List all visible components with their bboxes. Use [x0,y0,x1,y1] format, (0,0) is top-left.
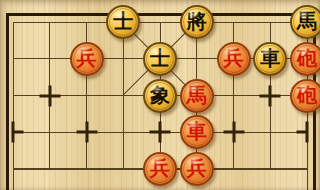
marker-arm-horizontal [150,131,171,134]
piece-glyph: 將 [187,11,207,31]
black-elephant[interactable]: 象 [143,79,177,113]
piece-glyph: 兵 [150,158,170,178]
red-soldier-3[interactable]: 兵 [143,152,177,186]
grid-line-file-1 [13,22,14,190]
piece-glyph: 兵 [224,48,244,68]
position-marker-f2r3 [39,85,60,106]
xiangqi-board: 士將馬兵士兵車砲象馬砲車兵兵 [0,0,320,190]
piece-glyph: 砲 [297,85,317,105]
piece-glyph: 車 [187,121,207,141]
piece-glyph: 象 [150,85,170,105]
marker-arm-horizontal [297,131,308,134]
black-advisor[interactable]: 士 [106,5,140,39]
marker-arm-horizontal [39,94,60,97]
red-soldier-4[interactable]: 兵 [180,152,214,186]
position-marker-f8r3 [260,85,281,106]
red-cannon-1[interactable]: 砲 [290,42,320,76]
piece-glyph: 士 [113,11,133,31]
piece-glyph: 砲 [297,48,317,68]
red-soldier-2[interactable]: 兵 [217,42,251,76]
marker-arm-horizontal [13,131,24,134]
position-marker-f7r4 [223,122,244,143]
red-horse[interactable]: 馬 [180,79,214,113]
piece-glyph: 馬 [297,11,317,31]
piece-glyph: 車 [260,48,280,68]
black-advisor-2[interactable]: 士 [143,42,177,76]
position-marker-f9r4 [297,122,318,143]
red-soldier-1[interactable]: 兵 [70,42,104,76]
marker-arm-horizontal [223,131,244,134]
black-chariot[interactable]: 車 [253,42,287,76]
piece-glyph: 兵 [187,158,207,178]
position-marker-f1r4 [3,122,24,143]
position-marker-f5r4 [150,122,171,143]
red-cannon-2[interactable]: 砲 [290,79,320,113]
piece-glyph: 士 [150,48,170,68]
marker-arm-horizontal [76,131,97,134]
position-marker-f3r4 [76,122,97,143]
black-general[interactable]: 將 [180,5,214,39]
marker-arm-horizontal [260,94,281,97]
red-chariot[interactable]: 車 [180,115,214,149]
piece-glyph: 馬 [187,85,207,105]
piece-glyph: 兵 [77,48,97,68]
black-horse[interactable]: 馬 [290,5,320,39]
